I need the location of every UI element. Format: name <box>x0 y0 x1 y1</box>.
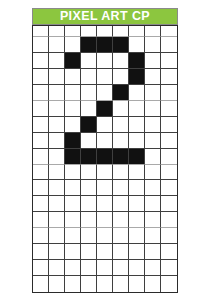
pixel-cell-on[interactable] <box>113 85 129 101</box>
pixel-cell-off[interactable] <box>145 69 161 85</box>
pixel-cell-on[interactable] <box>97 149 113 165</box>
pixel-cell-off[interactable] <box>113 260 129 276</box>
pixel-cell-off[interactable] <box>33 228 49 244</box>
pixel-cell-off[interactable] <box>49 26 65 37</box>
pixel-cell-off[interactable] <box>145 133 161 149</box>
pixel-cell-off[interactable] <box>145 276 161 292</box>
pixel-cell-off[interactable] <box>97 260 113 276</box>
pixel-cell-off[interactable] <box>161 212 177 228</box>
pixel-cell-off[interactable] <box>145 53 161 69</box>
pixel-cell-off[interactable] <box>113 133 129 149</box>
pixel-cell-off[interactable] <box>81 276 97 292</box>
pixel-cell-off[interactable] <box>145 149 161 165</box>
pixel-cell-off[interactable] <box>161 133 177 149</box>
pixel-cell-off[interactable] <box>33 244 49 260</box>
pixel-cell-off[interactable] <box>81 133 97 149</box>
pixel-cell-off[interactable] <box>161 37 177 53</box>
pixel-cell-off[interactable] <box>33 101 49 117</box>
pixel-cell-off[interactable] <box>65 69 81 85</box>
pixel-cell-off[interactable] <box>161 244 177 260</box>
pixel-cell-off[interactable] <box>161 149 177 165</box>
pixel-cell-off[interactable] <box>161 260 177 276</box>
pixel-cell-on[interactable] <box>65 149 81 165</box>
pixel-cell-off[interactable] <box>161 53 177 69</box>
pixel-cell-off[interactable] <box>145 228 161 244</box>
pixel-cell-off[interactable] <box>49 196 65 212</box>
pixel-cell-off[interactable] <box>81 228 97 244</box>
pixel-cell-off[interactable] <box>113 101 129 117</box>
pixel-cell-off[interactable] <box>81 69 97 85</box>
pixel-cell-off[interactable] <box>97 276 113 292</box>
pixel-cell-off[interactable] <box>129 180 145 196</box>
pixel-cell-off[interactable] <box>65 212 81 228</box>
pixel-cell-off[interactable] <box>129 26 145 37</box>
pixel-cell-off[interactable] <box>129 37 145 53</box>
pixel-cell-off[interactable] <box>33 212 49 228</box>
pixel-cell-off[interactable] <box>65 117 81 133</box>
pixel-cell-off[interactable] <box>145 165 161 181</box>
pixel-cell-off[interactable] <box>97 212 113 228</box>
pixel-cell-off[interactable] <box>49 212 65 228</box>
pixel-cell-off[interactable] <box>97 26 113 37</box>
pixel-cell-off[interactable] <box>113 180 129 196</box>
pixel-cell-off[interactable] <box>97 69 113 85</box>
pixel-cell-off[interactable] <box>33 69 49 85</box>
pixel-cell-off[interactable] <box>113 212 129 228</box>
pixel-cell-off[interactable] <box>97 165 113 181</box>
pixel-cell-off[interactable] <box>33 276 49 292</box>
pixel-cell-on[interactable] <box>129 69 145 85</box>
pixel-cell-off[interactable] <box>97 117 113 133</box>
pixel-cell-off[interactable] <box>81 180 97 196</box>
pixel-cell-off[interactable] <box>81 244 97 260</box>
pixel-cell-off[interactable] <box>49 149 65 165</box>
pixel-cell-off[interactable] <box>145 26 161 37</box>
pixel-cell-off[interactable] <box>65 196 81 212</box>
pixel-cell-on[interactable] <box>81 149 97 165</box>
pixel-cell-off[interactable] <box>33 37 49 53</box>
pixel-cell-off[interactable] <box>49 53 65 69</box>
pixel-cell-off[interactable] <box>145 196 161 212</box>
pixel-cell-off[interactable] <box>33 180 49 196</box>
pixel-cell-off[interactable] <box>49 228 65 244</box>
pixel-cell-off[interactable] <box>129 85 145 101</box>
pixel-grid <box>32 25 178 293</box>
pixel-cell-off[interactable] <box>145 37 161 53</box>
pixel-cell-off[interactable] <box>81 212 97 228</box>
pixel-cell-off[interactable] <box>161 196 177 212</box>
pixel-cell-off[interactable] <box>97 196 113 212</box>
pixel-cell-off[interactable] <box>49 133 65 149</box>
pixel-cell-off[interactable] <box>33 196 49 212</box>
pixel-cell-off[interactable] <box>145 212 161 228</box>
pixel-cell-off[interactable] <box>161 85 177 101</box>
pixel-cell-off[interactable] <box>49 180 65 196</box>
pixel-cell-off[interactable] <box>129 196 145 212</box>
pixel-cell-off[interactable] <box>33 26 49 37</box>
pixel-cell-off[interactable] <box>33 260 49 276</box>
pixel-cell-off[interactable] <box>145 260 161 276</box>
pixel-cell-off[interactable] <box>129 101 145 117</box>
pixel-cell-off[interactable] <box>49 165 65 181</box>
pixel-cell-off[interactable] <box>161 101 177 117</box>
pixel-cell-off[interactable] <box>145 85 161 101</box>
pixel-cell-off[interactable] <box>65 276 81 292</box>
pixel-cell-off[interactable] <box>65 37 81 53</box>
pixel-cell-off[interactable] <box>65 85 81 101</box>
pixel-cell-off[interactable] <box>161 228 177 244</box>
pixel-cell-off[interactable] <box>161 69 177 85</box>
pixel-cell-off[interactable] <box>129 244 145 260</box>
pixel-cell-off[interactable] <box>145 180 161 196</box>
pixel-cell-on[interactable] <box>81 37 97 53</box>
pixel-cell-off[interactable] <box>161 165 177 181</box>
pixel-cell-off[interactable] <box>113 26 129 37</box>
pixel-cell-off[interactable] <box>113 276 129 292</box>
pixel-cell-off[interactable] <box>81 101 97 117</box>
pixel-cell-off[interactable] <box>113 165 129 181</box>
pixel-cell-off[interactable] <box>65 26 81 37</box>
pixel-cell-off[interactable] <box>129 133 145 149</box>
pixel-cell-off[interactable] <box>129 165 145 181</box>
pixel-cell-on[interactable] <box>81 117 97 133</box>
pixel-cell-off[interactable] <box>129 260 145 276</box>
app-title: PIXEL ART CP <box>60 9 150 24</box>
pixel-cell-off[interactable] <box>81 196 97 212</box>
pixel-cell-off[interactable] <box>161 117 177 133</box>
pixel-cell-on[interactable] <box>65 53 81 69</box>
pixel-cell-off[interactable] <box>33 149 49 165</box>
pixel-cell-off[interactable] <box>129 276 145 292</box>
pixel-cell-off[interactable] <box>113 196 129 212</box>
pixel-cell-off[interactable] <box>113 69 129 85</box>
pixel-cell-off[interactable] <box>161 276 177 292</box>
pixel-cell-off[interactable] <box>113 228 129 244</box>
pixel-cell-on[interactable] <box>129 53 145 69</box>
pixel-cell-off[interactable] <box>65 101 81 117</box>
pixel-cell-off[interactable] <box>161 180 177 196</box>
pixel-cell-off[interactable] <box>113 53 129 69</box>
pixel-cell-off[interactable] <box>81 53 97 69</box>
pixel-cell-off[interactable] <box>97 228 113 244</box>
pixel-cell-off[interactable] <box>81 26 97 37</box>
pixel-cell-off[interactable] <box>97 180 113 196</box>
pixel-cell-off[interactable] <box>49 37 65 53</box>
pixel-cell-off[interactable] <box>145 117 161 133</box>
pixel-cell-off[interactable] <box>81 85 97 101</box>
pixel-cell-off[interactable] <box>97 85 113 101</box>
pixel-cell-off[interactable] <box>113 117 129 133</box>
pixel-cell-on[interactable] <box>97 37 113 53</box>
pixel-cell-off[interactable] <box>49 101 65 117</box>
pixel-cell-off[interactable] <box>49 244 65 260</box>
pixel-cell-off[interactable] <box>145 101 161 117</box>
pixel-cell-off[interactable] <box>81 165 97 181</box>
pixel-cell-off[interactable] <box>33 85 49 101</box>
pixel-cell-off[interactable] <box>33 53 49 69</box>
pixel-cell-off[interactable] <box>113 244 129 260</box>
pixel-cell-off[interactable] <box>129 117 145 133</box>
pixel-cell-off[interactable] <box>33 133 49 149</box>
pixel-cell-off[interactable] <box>49 117 65 133</box>
pixel-cell-off[interactable] <box>33 165 49 181</box>
pixel-cell-off[interactable] <box>65 244 81 260</box>
pixel-cell-off[interactable] <box>145 244 161 260</box>
pixel-cell-off[interactable] <box>81 260 97 276</box>
pixel-cell-off[interactable] <box>33 117 49 133</box>
pixel-cell-on[interactable] <box>129 149 145 165</box>
pixel-cell-on[interactable] <box>113 149 129 165</box>
app-title-bar: PIXEL ART CP <box>32 8 178 25</box>
pixel-cell-off[interactable] <box>49 260 65 276</box>
pixel-cell-off[interactable] <box>49 276 65 292</box>
pixel-cell-off[interactable] <box>97 133 113 149</box>
pixel-cell-off[interactable] <box>65 260 81 276</box>
pixel-art-app: PIXEL ART CP <box>0 0 212 300</box>
pixel-cell-off[interactable] <box>65 228 81 244</box>
pixel-cell-off[interactable] <box>97 244 113 260</box>
pixel-cell-off[interactable] <box>97 53 113 69</box>
pixel-cell-off[interactable] <box>129 212 145 228</box>
pixel-cell-on[interactable] <box>97 101 113 117</box>
pixel-cell-off[interactable] <box>161 26 177 37</box>
pixel-cell-off[interactable] <box>129 228 145 244</box>
pixel-cell-off[interactable] <box>65 165 81 181</box>
pixel-cell-off[interactable] <box>65 180 81 196</box>
pixel-cell-on[interactable] <box>113 37 129 53</box>
pixel-cell-off[interactable] <box>49 85 65 101</box>
pixel-cell-on[interactable] <box>65 133 81 149</box>
pixel-cell-off[interactable] <box>49 69 65 85</box>
